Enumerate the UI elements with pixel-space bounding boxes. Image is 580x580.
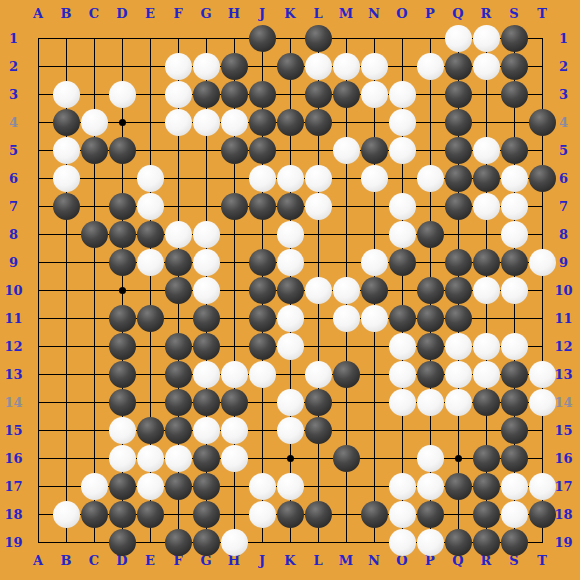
- white-stone-E17: [137, 473, 164, 500]
- black-stone-S1: [501, 25, 528, 52]
- black-stone-L3: [305, 81, 332, 108]
- column-label-S: S: [500, 4, 528, 23]
- black-stone-E15: [137, 417, 164, 444]
- column-label-C: C: [80, 4, 108, 23]
- row-label-18: 18: [0, 500, 27, 528]
- white-stone-S8: [501, 221, 528, 248]
- white-stone-O3: [389, 81, 416, 108]
- white-stone-O12: [389, 333, 416, 360]
- white-stone-Q13: [445, 361, 472, 388]
- black-stone-R18: [473, 501, 500, 528]
- black-stone-M3: [333, 81, 360, 108]
- row-label-17: 17: [0, 472, 27, 500]
- white-stone-O19: [389, 529, 416, 556]
- black-stone-G18: [193, 501, 220, 528]
- black-stone-L4: [305, 109, 332, 136]
- column-label-J: J: [248, 4, 276, 23]
- column-labels-top: ABCDEFGHJKLMNOPQRST: [24, 4, 556, 23]
- white-stone-T9: [529, 249, 556, 276]
- white-stone-T14: [529, 389, 556, 416]
- black-stone-Q2: [445, 53, 472, 80]
- black-stone-D7: [109, 193, 136, 220]
- black-stone-C5: [81, 137, 108, 164]
- column-label-F: F: [164, 4, 192, 23]
- black-stone-J12: [249, 333, 276, 360]
- black-stone-Q11: [445, 305, 472, 332]
- row-label-6: 6: [0, 164, 27, 192]
- black-stone-G16: [193, 445, 220, 472]
- row-label-2: 2: [0, 52, 27, 80]
- black-stone-Q9: [445, 249, 472, 276]
- black-stone-B7: [53, 193, 80, 220]
- black-stone-O9: [389, 249, 416, 276]
- black-stone-C8: [81, 221, 108, 248]
- row-label-19: 19: [0, 528, 27, 556]
- white-stone-E7: [137, 193, 164, 220]
- black-stone-E18: [137, 501, 164, 528]
- white-stone-H13: [221, 361, 248, 388]
- black-stone-L18: [305, 501, 332, 528]
- black-stone-Q19: [445, 529, 472, 556]
- white-stone-K6: [277, 165, 304, 192]
- row-label-12: 12: [0, 332, 27, 360]
- white-stone-G4: [193, 109, 220, 136]
- row-label-8: 8: [0, 220, 27, 248]
- white-stone-L2: [305, 53, 332, 80]
- white-stone-B5: [53, 137, 80, 164]
- row-label-11: 11: [0, 304, 27, 332]
- white-stone-O5: [389, 137, 416, 164]
- black-stone-Q4: [445, 109, 472, 136]
- white-stone-R12: [473, 333, 500, 360]
- black-stone-K18: [277, 501, 304, 528]
- white-stone-P14: [417, 389, 444, 416]
- black-stone-E8: [137, 221, 164, 248]
- white-stone-P2: [417, 53, 444, 80]
- white-stone-O17: [389, 473, 416, 500]
- white-stone-K14: [277, 389, 304, 416]
- white-stone-P6: [417, 165, 444, 192]
- white-stone-B18: [53, 501, 80, 528]
- black-stone-D11: [109, 305, 136, 332]
- row-label-9: 9: [0, 248, 27, 276]
- row-label-3: 3: [0, 80, 27, 108]
- white-stone-N6: [361, 165, 388, 192]
- black-stone-D18: [109, 501, 136, 528]
- black-stone-J9: [249, 249, 276, 276]
- white-stone-S10: [501, 277, 528, 304]
- column-label-K: K: [276, 4, 304, 23]
- white-stone-D16: [109, 445, 136, 472]
- black-stone-F9: [165, 249, 192, 276]
- black-stone-G19: [193, 529, 220, 556]
- white-stone-J6: [249, 165, 276, 192]
- black-stone-J5: [249, 137, 276, 164]
- white-stone-N3: [361, 81, 388, 108]
- black-stone-P13: [417, 361, 444, 388]
- white-stone-C4: [81, 109, 108, 136]
- black-stone-F17: [165, 473, 192, 500]
- black-stone-N18: [361, 501, 388, 528]
- white-stone-K17: [277, 473, 304, 500]
- column-label-R: R: [472, 4, 500, 23]
- white-stone-H4: [221, 109, 248, 136]
- white-stone-N2: [361, 53, 388, 80]
- column-label-H: H: [220, 4, 248, 23]
- black-stone-F19: [165, 529, 192, 556]
- black-stone-M16: [333, 445, 360, 472]
- white-stone-F16: [165, 445, 192, 472]
- white-stone-H19: [221, 529, 248, 556]
- black-stone-K4: [277, 109, 304, 136]
- white-stone-G9: [193, 249, 220, 276]
- white-stone-L10: [305, 277, 332, 304]
- white-stone-E9: [137, 249, 164, 276]
- black-stone-J10: [249, 277, 276, 304]
- black-stone-H3: [221, 81, 248, 108]
- white-stone-M2: [333, 53, 360, 80]
- white-stone-B3: [53, 81, 80, 108]
- black-stone-D13: [109, 361, 136, 388]
- white-stone-L6: [305, 165, 332, 192]
- black-stone-G3: [193, 81, 220, 108]
- black-stone-D19: [109, 529, 136, 556]
- black-stone-P10: [417, 277, 444, 304]
- white-stone-S7: [501, 193, 528, 220]
- black-stone-Q17: [445, 473, 472, 500]
- white-stone-Q1: [445, 25, 472, 52]
- black-stone-N10: [361, 277, 388, 304]
- black-stone-D17: [109, 473, 136, 500]
- white-stone-P16: [417, 445, 444, 472]
- black-stone-N5: [361, 137, 388, 164]
- white-stone-G13: [193, 361, 220, 388]
- black-stone-D9: [109, 249, 136, 276]
- black-stone-O11: [389, 305, 416, 332]
- white-stone-S6: [501, 165, 528, 192]
- star-point-K16: [287, 455, 294, 462]
- white-stone-G15: [193, 417, 220, 444]
- black-stone-L1: [305, 25, 332, 52]
- black-stone-H2: [221, 53, 248, 80]
- black-stone-D14: [109, 389, 136, 416]
- white-stone-E6: [137, 165, 164, 192]
- white-stone-O8: [389, 221, 416, 248]
- white-stone-J13: [249, 361, 276, 388]
- black-stone-S13: [501, 361, 528, 388]
- white-stone-T17: [529, 473, 556, 500]
- black-stone-G11: [193, 305, 220, 332]
- black-stone-H5: [221, 137, 248, 164]
- white-stone-D3: [109, 81, 136, 108]
- column-label-T: T: [528, 4, 556, 23]
- black-stone-P11: [417, 305, 444, 332]
- white-stone-O18: [389, 501, 416, 528]
- black-stone-T4: [529, 109, 556, 136]
- white-stone-F8: [165, 221, 192, 248]
- column-label-D: D: [108, 4, 136, 23]
- black-stone-S3: [501, 81, 528, 108]
- white-stone-P17: [417, 473, 444, 500]
- white-stone-S17: [501, 473, 528, 500]
- white-stone-O13: [389, 361, 416, 388]
- black-stone-G14: [193, 389, 220, 416]
- black-stone-K2: [277, 53, 304, 80]
- black-stone-P18: [417, 501, 444, 528]
- black-stone-J4: [249, 109, 276, 136]
- white-stone-N11: [361, 305, 388, 332]
- white-stone-M5: [333, 137, 360, 164]
- black-stone-R17: [473, 473, 500, 500]
- column-label-P: P: [416, 4, 444, 23]
- column-label-G: G: [192, 4, 220, 23]
- black-stone-R19: [473, 529, 500, 556]
- row-label-7: 7: [0, 192, 27, 220]
- black-stone-Q5: [445, 137, 472, 164]
- black-stone-K7: [277, 193, 304, 220]
- go-board[interactable]: [24, 24, 556, 556]
- black-stone-E11: [137, 305, 164, 332]
- white-stone-N9: [361, 249, 388, 276]
- column-label-Q: Q: [444, 4, 472, 23]
- white-stone-F3: [165, 81, 192, 108]
- black-stone-D12: [109, 333, 136, 360]
- white-stone-R5: [473, 137, 500, 164]
- go-app-screen: ABCDEFGHJKLMNOPQRST ABCDEFGHJKLMNOPQRST …: [0, 0, 580, 580]
- black-stone-F14: [165, 389, 192, 416]
- row-label-16: 16: [0, 444, 27, 472]
- white-stone-K15: [277, 417, 304, 444]
- white-stone-P19: [417, 529, 444, 556]
- black-stone-F10: [165, 277, 192, 304]
- black-stone-S15: [501, 417, 528, 444]
- black-stone-J11: [249, 305, 276, 332]
- black-stone-K10: [277, 277, 304, 304]
- row-label-14: 14: [0, 388, 27, 416]
- black-stone-M13: [333, 361, 360, 388]
- white-stone-O7: [389, 193, 416, 220]
- white-stone-F2: [165, 53, 192, 80]
- white-stone-L7: [305, 193, 332, 220]
- black-stone-S9: [501, 249, 528, 276]
- row-label-1: 1: [0, 24, 27, 52]
- black-stone-R6: [473, 165, 500, 192]
- white-stone-M11: [333, 305, 360, 332]
- black-stone-Q3: [445, 81, 472, 108]
- black-stone-T18: [529, 501, 556, 528]
- black-stone-J1: [249, 25, 276, 52]
- black-stone-S14: [501, 389, 528, 416]
- white-stone-H16: [221, 445, 248, 472]
- white-stone-J17: [249, 473, 276, 500]
- white-stone-T13: [529, 361, 556, 388]
- black-stone-J7: [249, 193, 276, 220]
- white-stone-O4: [389, 109, 416, 136]
- black-stone-Q10: [445, 277, 472, 304]
- black-stone-D8: [109, 221, 136, 248]
- black-stone-B4: [53, 109, 80, 136]
- column-label-O: O: [388, 4, 416, 23]
- column-label-L: L: [304, 4, 332, 23]
- white-stone-S18: [501, 501, 528, 528]
- black-stone-S5: [501, 137, 528, 164]
- white-stone-M10: [333, 277, 360, 304]
- star-point-Q16: [455, 455, 462, 462]
- white-stone-R1: [473, 25, 500, 52]
- black-stone-H14: [221, 389, 248, 416]
- black-stone-T6: [529, 165, 556, 192]
- black-stone-R9: [473, 249, 500, 276]
- row-labels-left: 12345678910111213141516171819: [0, 24, 27, 556]
- white-stone-R13: [473, 361, 500, 388]
- white-stone-J18: [249, 501, 276, 528]
- white-stone-L13: [305, 361, 332, 388]
- black-stone-R14: [473, 389, 500, 416]
- black-stone-P8: [417, 221, 444, 248]
- white-stone-B6: [53, 165, 80, 192]
- white-stone-K9: [277, 249, 304, 276]
- black-stone-Q6: [445, 165, 472, 192]
- white-stone-G10: [193, 277, 220, 304]
- black-stone-R16: [473, 445, 500, 472]
- white-stone-H15: [221, 417, 248, 444]
- white-stone-O14: [389, 389, 416, 416]
- black-stone-H7: [221, 193, 248, 220]
- white-stone-E16: [137, 445, 164, 472]
- white-stone-Q14: [445, 389, 472, 416]
- white-stone-K12: [277, 333, 304, 360]
- column-label-A: A: [24, 4, 52, 23]
- white-stone-K11: [277, 305, 304, 332]
- black-stone-S16: [501, 445, 528, 472]
- row-label-13: 13: [0, 360, 27, 388]
- star-point-D4: [119, 119, 126, 126]
- black-stone-P12: [417, 333, 444, 360]
- column-label-M: M: [332, 4, 360, 23]
- black-stone-S19: [501, 529, 528, 556]
- row-label-4: 4: [0, 108, 27, 136]
- row-label-5: 5: [0, 136, 27, 164]
- white-stone-R7: [473, 193, 500, 220]
- column-label-N: N: [360, 4, 388, 23]
- white-stone-K8: [277, 221, 304, 248]
- black-stone-G12: [193, 333, 220, 360]
- row-label-10: 10: [0, 276, 27, 304]
- white-stone-G2: [193, 53, 220, 80]
- white-stone-R10: [473, 277, 500, 304]
- white-stone-S12: [501, 333, 528, 360]
- black-stone-L15: [305, 417, 332, 444]
- black-stone-F12: [165, 333, 192, 360]
- white-stone-D15: [109, 417, 136, 444]
- star-point-D10: [119, 287, 126, 294]
- white-stone-Q12: [445, 333, 472, 360]
- white-stone-G8: [193, 221, 220, 248]
- black-stone-Q7: [445, 193, 472, 220]
- white-stone-R2: [473, 53, 500, 80]
- black-stone-L14: [305, 389, 332, 416]
- black-stone-D5: [109, 137, 136, 164]
- black-stone-S2: [501, 53, 528, 80]
- column-label-E: E: [136, 4, 164, 23]
- column-label-B: B: [52, 4, 80, 23]
- black-stone-F13: [165, 361, 192, 388]
- white-stone-F4: [165, 109, 192, 136]
- white-stone-C17: [81, 473, 108, 500]
- black-stone-J3: [249, 81, 276, 108]
- black-stone-G17: [193, 473, 220, 500]
- row-label-15: 15: [0, 416, 27, 444]
- black-stone-F15: [165, 417, 192, 444]
- black-stone-C18: [81, 501, 108, 528]
